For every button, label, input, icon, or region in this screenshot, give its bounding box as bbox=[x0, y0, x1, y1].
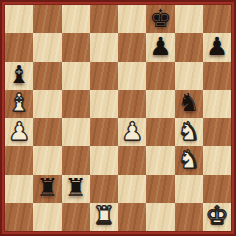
square-e1[interactable] bbox=[118, 203, 146, 231]
square-e7[interactable] bbox=[118, 33, 146, 61]
square-a7[interactable] bbox=[5, 33, 33, 61]
square-e5[interactable] bbox=[118, 90, 146, 118]
square-f7[interactable]: ♟ bbox=[146, 33, 174, 61]
square-b6[interactable] bbox=[33, 62, 61, 90]
square-e4[interactable]: ♟ bbox=[118, 118, 146, 146]
square-d3[interactable] bbox=[90, 146, 118, 174]
white-knight-g4[interactable]: ♞ bbox=[177, 119, 199, 144]
square-e2[interactable] bbox=[118, 175, 146, 203]
white-king-h1[interactable]: ♚ bbox=[206, 203, 228, 228]
black-pawn-h7[interactable]: ♟ bbox=[206, 34, 228, 59]
square-e6[interactable] bbox=[118, 62, 146, 90]
square-f2[interactable] bbox=[146, 175, 174, 203]
square-d5[interactable] bbox=[90, 90, 118, 118]
square-g6[interactable] bbox=[175, 62, 203, 90]
black-knight-g5[interactable]: ♞ bbox=[177, 90, 199, 115]
square-b3[interactable] bbox=[33, 146, 61, 174]
black-pawn-f7[interactable]: ♟ bbox=[149, 34, 171, 59]
white-pawn-a4[interactable]: ♟ bbox=[8, 119, 30, 144]
square-b8[interactable] bbox=[33, 5, 61, 33]
square-b4[interactable] bbox=[33, 118, 61, 146]
square-f1[interactable] bbox=[146, 203, 174, 231]
square-d1[interactable]: ♜ bbox=[90, 203, 118, 231]
square-a6[interactable]: ♝ bbox=[5, 62, 33, 90]
black-bishop-a6[interactable]: ♝ bbox=[8, 62, 30, 87]
black-rook-b2[interactable]: ♜ bbox=[36, 175, 58, 200]
square-c6[interactable] bbox=[62, 62, 90, 90]
square-g4[interactable]: ♞ bbox=[175, 118, 203, 146]
square-g8[interactable] bbox=[175, 5, 203, 33]
square-f3[interactable] bbox=[146, 146, 174, 174]
square-h7[interactable]: ♟ bbox=[203, 33, 231, 61]
square-d7[interactable] bbox=[90, 33, 118, 61]
square-h4[interactable] bbox=[203, 118, 231, 146]
square-c4[interactable] bbox=[62, 118, 90, 146]
square-d2[interactable] bbox=[90, 175, 118, 203]
square-f8[interactable]: ♚ bbox=[146, 5, 174, 33]
square-c7[interactable] bbox=[62, 33, 90, 61]
white-knight-g3[interactable]: ♞ bbox=[177, 147, 199, 172]
square-b2[interactable]: ♜ bbox=[33, 175, 61, 203]
square-e8[interactable] bbox=[118, 5, 146, 33]
square-f5[interactable] bbox=[146, 90, 174, 118]
square-g2[interactable] bbox=[175, 175, 203, 203]
square-c3[interactable] bbox=[62, 146, 90, 174]
chess-board-frame: ♚♟♟♝♝♞♟♟♞♞♜♜♜♚ bbox=[0, 0, 236, 236]
square-h1[interactable]: ♚ bbox=[203, 203, 231, 231]
square-d6[interactable] bbox=[90, 62, 118, 90]
square-b5[interactable] bbox=[33, 90, 61, 118]
square-c5[interactable] bbox=[62, 90, 90, 118]
square-b1[interactable] bbox=[33, 203, 61, 231]
square-a5[interactable]: ♝ bbox=[5, 90, 33, 118]
white-pawn-e4[interactable]: ♟ bbox=[121, 119, 143, 144]
square-g5[interactable]: ♞ bbox=[175, 90, 203, 118]
black-king-f8[interactable]: ♚ bbox=[149, 6, 171, 31]
chess-board: ♚♟♟♝♝♞♟♟♞♞♜♜♜♚ bbox=[5, 5, 231, 231]
square-h2[interactable] bbox=[203, 175, 231, 203]
square-d8[interactable] bbox=[90, 5, 118, 33]
square-a1[interactable] bbox=[5, 203, 33, 231]
white-bishop-a5[interactable]: ♝ bbox=[8, 90, 30, 115]
square-h5[interactable] bbox=[203, 90, 231, 118]
square-a8[interactable] bbox=[5, 5, 33, 33]
square-f6[interactable] bbox=[146, 62, 174, 90]
square-b7[interactable] bbox=[33, 33, 61, 61]
square-c2[interactable]: ♜ bbox=[62, 175, 90, 203]
square-a3[interactable] bbox=[5, 146, 33, 174]
square-e3[interactable] bbox=[118, 146, 146, 174]
black-rook-c2[interactable]: ♜ bbox=[64, 175, 86, 200]
square-h3[interactable] bbox=[203, 146, 231, 174]
square-a4[interactable]: ♟ bbox=[5, 118, 33, 146]
square-c1[interactable] bbox=[62, 203, 90, 231]
square-g1[interactable] bbox=[175, 203, 203, 231]
square-h6[interactable] bbox=[203, 62, 231, 90]
white-rook-d1[interactable]: ♜ bbox=[93, 203, 115, 228]
square-f4[interactable] bbox=[146, 118, 174, 146]
square-h8[interactable] bbox=[203, 5, 231, 33]
square-d4[interactable] bbox=[90, 118, 118, 146]
square-c8[interactable] bbox=[62, 5, 90, 33]
square-a2[interactable] bbox=[5, 175, 33, 203]
square-g7[interactable] bbox=[175, 33, 203, 61]
square-g3[interactable]: ♞ bbox=[175, 146, 203, 174]
